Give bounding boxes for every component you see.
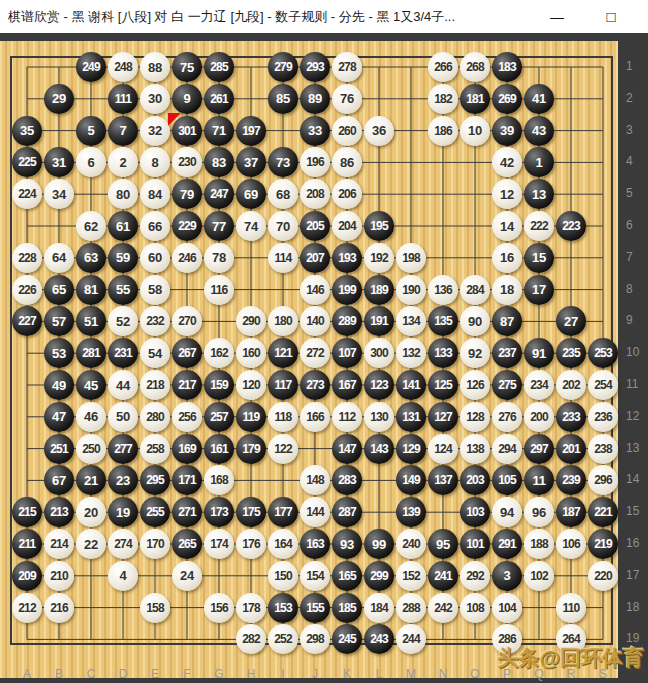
stone-o3: 10 xyxy=(460,116,490,146)
stone-q13: 297 xyxy=(524,434,554,464)
stone-o17: 292 xyxy=(460,561,490,591)
row-label-17: 17 xyxy=(626,568,648,582)
stone-d16: 274 xyxy=(108,529,138,559)
row-label-4: 4 xyxy=(626,154,648,168)
stone-g13: 161 xyxy=(204,434,234,464)
stone-r11: 202 xyxy=(556,370,586,400)
stone-k3: 260 xyxy=(332,116,362,146)
stone-j17: 154 xyxy=(300,561,330,591)
row-label-12: 12 xyxy=(626,409,648,423)
stone-b8: 65 xyxy=(44,275,74,305)
stone-b18: 216 xyxy=(44,593,74,623)
stone-e3: 32 xyxy=(140,116,170,146)
stone-g12: 257 xyxy=(204,402,234,432)
stone-k12: 112 xyxy=(332,402,362,432)
stone-e8: 58 xyxy=(140,275,170,305)
go-board[interactable]: ABCDEFGHIJKLMNOPQRS249248887528527929327… xyxy=(0,41,618,678)
stone-p15: 94 xyxy=(492,497,522,527)
stone-h18: 178 xyxy=(236,593,266,623)
stone-m13: 129 xyxy=(396,434,426,464)
stone-b17: 210 xyxy=(44,561,74,591)
stone-i18: 153 xyxy=(268,593,298,623)
stone-i2: 85 xyxy=(268,84,298,114)
stone-r13: 201 xyxy=(556,434,586,464)
stone-e5: 84 xyxy=(140,179,170,209)
stone-l17: 299 xyxy=(364,561,394,591)
column-label-k: K xyxy=(343,667,351,681)
stone-q10: 91 xyxy=(524,338,554,368)
row-label-6: 6 xyxy=(626,218,648,232)
stone-q8: 17 xyxy=(524,275,554,305)
stone-e16: 170 xyxy=(140,529,170,559)
stone-p12: 276 xyxy=(492,402,522,432)
stone-p3: 39 xyxy=(492,116,522,146)
stone-f17: 24 xyxy=(172,561,202,591)
stone-p8: 18 xyxy=(492,275,522,305)
stone-l7: 192 xyxy=(364,243,394,273)
stone-h15: 175 xyxy=(236,497,266,527)
stone-j2: 89 xyxy=(300,84,330,114)
stone-s17: 220 xyxy=(588,561,618,591)
stone-q11: 234 xyxy=(524,370,554,400)
stone-a7: 228 xyxy=(12,243,42,273)
stone-j10: 272 xyxy=(300,338,330,368)
stone-j7: 207 xyxy=(300,243,330,273)
row-label-5: 5 xyxy=(626,186,648,200)
stone-l16: 99 xyxy=(364,529,394,559)
stone-d10: 231 xyxy=(108,338,138,368)
stone-d2: 111 xyxy=(108,84,138,114)
stone-s12: 236 xyxy=(588,402,618,432)
row-label-16: 16 xyxy=(626,536,648,550)
stone-f11: 217 xyxy=(172,370,202,400)
stone-f12: 256 xyxy=(172,402,202,432)
column-label-n: N xyxy=(439,667,448,681)
stone-k2: 76 xyxy=(332,84,362,114)
stone-b13: 251 xyxy=(44,434,74,464)
stone-j3: 33 xyxy=(300,116,330,146)
window-title: 棋谱欣赏 - 黑 谢科 [八段] 对 白 一力辽 [九段] - 数子规则 - 分… xyxy=(0,8,455,26)
stone-i12: 118 xyxy=(268,402,298,432)
stone-p13: 294 xyxy=(492,434,522,464)
minimize-button[interactable]: — xyxy=(542,0,572,33)
stone-f6: 229 xyxy=(172,211,202,241)
stone-e11: 218 xyxy=(140,370,170,400)
stone-g11: 159 xyxy=(204,370,234,400)
column-label-o: O xyxy=(470,667,479,681)
stone-f16: 265 xyxy=(172,529,202,559)
stone-b5: 34 xyxy=(44,179,74,209)
stone-j12: 166 xyxy=(300,402,330,432)
stone-r10: 235 xyxy=(556,338,586,368)
stone-b16: 214 xyxy=(44,529,74,559)
column-label-g: G xyxy=(214,667,223,681)
stone-i17: 150 xyxy=(268,561,298,591)
stone-c7: 63 xyxy=(76,243,106,273)
stone-q16: 188 xyxy=(524,529,554,559)
stone-k6: 204 xyxy=(332,211,362,241)
maximize-button[interactable]: □ xyxy=(596,0,626,33)
stone-g18: 156 xyxy=(204,593,234,623)
stone-j8: 146 xyxy=(300,275,330,305)
stone-h3: 197 xyxy=(236,116,266,146)
stone-e10: 54 xyxy=(140,338,170,368)
stone-d15: 19 xyxy=(108,497,138,527)
stone-l8: 189 xyxy=(364,275,394,305)
stone-q2: 41 xyxy=(524,84,554,114)
stone-q17: 102 xyxy=(524,561,554,591)
stone-i16: 164 xyxy=(268,529,298,559)
stone-j15: 144 xyxy=(300,497,330,527)
stone-k15: 287 xyxy=(332,497,362,527)
stone-m12: 131 xyxy=(396,402,426,432)
stone-h12: 119 xyxy=(236,402,266,432)
stone-k16: 93 xyxy=(332,529,362,559)
stone-h11: 120 xyxy=(236,370,266,400)
row-label-8: 8 xyxy=(626,282,648,296)
stone-d1: 248 xyxy=(108,52,138,82)
stone-p7: 16 xyxy=(492,243,522,273)
stone-n18: 242 xyxy=(428,593,458,623)
stone-i13: 122 xyxy=(268,434,298,464)
stone-n12: 127 xyxy=(428,402,458,432)
last-move-marker xyxy=(168,113,181,126)
stone-a17: 209 xyxy=(12,561,42,591)
stone-m11: 141 xyxy=(396,370,426,400)
stone-m16: 240 xyxy=(396,529,426,559)
stone-d6: 61 xyxy=(108,211,138,241)
column-label-j: J xyxy=(312,667,318,681)
stone-d3: 7 xyxy=(108,116,138,146)
stone-n11: 125 xyxy=(428,370,458,400)
stone-p2: 269 xyxy=(492,84,522,114)
row-label-2: 2 xyxy=(626,91,648,105)
stone-m17: 152 xyxy=(396,561,426,591)
stone-p16: 291 xyxy=(492,529,522,559)
stone-c3: 5 xyxy=(76,116,106,146)
stone-d7: 59 xyxy=(108,243,138,273)
stone-s13: 238 xyxy=(588,434,618,464)
stone-n13: 124 xyxy=(428,434,458,464)
stone-k17: 165 xyxy=(332,561,362,591)
column-label-a: A xyxy=(23,667,31,681)
stone-j6: 205 xyxy=(300,211,330,241)
stone-c13: 250 xyxy=(76,434,106,464)
stone-n8: 136 xyxy=(428,275,458,305)
stone-b11: 49 xyxy=(44,370,74,400)
stone-o8: 284 xyxy=(460,275,490,305)
stone-c15: 20 xyxy=(76,497,106,527)
stone-k7: 193 xyxy=(332,243,362,273)
stone-d13: 277 xyxy=(108,434,138,464)
stone-p10: 237 xyxy=(492,338,522,368)
stone-m8: 190 xyxy=(396,275,426,305)
stone-n10: 133 xyxy=(428,338,458,368)
stone-c1: 249 xyxy=(76,52,106,82)
column-label-f: F xyxy=(183,667,190,681)
column-label-h: H xyxy=(247,667,256,681)
stone-s15: 221 xyxy=(588,497,618,527)
stone-q12: 200 xyxy=(524,402,554,432)
stone-n3: 186 xyxy=(428,116,458,146)
stone-q15: 96 xyxy=(524,497,554,527)
stone-d11: 44 xyxy=(108,370,138,400)
stone-l11: 123 xyxy=(364,370,394,400)
stone-j1: 293 xyxy=(300,52,330,82)
stone-a16: 211 xyxy=(12,529,42,559)
stone-b15: 213 xyxy=(44,497,74,527)
stone-a5: 224 xyxy=(12,179,42,209)
stone-g8: 116 xyxy=(204,275,234,305)
stone-f5: 79 xyxy=(172,179,202,209)
stone-o11: 126 xyxy=(460,370,490,400)
stone-o1: 268 xyxy=(460,52,490,82)
stone-c11: 45 xyxy=(76,370,106,400)
stone-c10: 281 xyxy=(76,338,106,368)
stone-i6: 70 xyxy=(268,211,298,241)
stone-h10: 160 xyxy=(236,338,266,368)
stone-r18: 110 xyxy=(556,593,586,623)
stone-g7: 78 xyxy=(204,243,234,273)
stone-b12: 47 xyxy=(44,402,74,432)
row-label-10: 10 xyxy=(626,345,648,359)
stone-o12: 128 xyxy=(460,402,490,432)
row-label-13: 13 xyxy=(626,441,648,455)
stone-e7: 60 xyxy=(140,243,170,273)
stone-o10: 92 xyxy=(460,338,490,368)
stone-d12: 50 xyxy=(108,402,138,432)
stone-b7: 64 xyxy=(44,243,74,273)
stone-l18: 184 xyxy=(364,593,394,623)
stone-k1: 278 xyxy=(332,52,362,82)
watermark: 头条@回环体育 xyxy=(498,644,644,672)
column-label-i: I xyxy=(281,667,284,681)
stone-e12: 280 xyxy=(140,402,170,432)
stone-q7: 15 xyxy=(524,243,554,273)
stone-a8: 226 xyxy=(12,275,42,305)
stone-l12: 130 xyxy=(364,402,394,432)
stone-i11: 117 xyxy=(268,370,298,400)
stone-q3: 43 xyxy=(524,116,554,146)
stone-k18: 185 xyxy=(332,593,362,623)
stone-p11: 275 xyxy=(492,370,522,400)
stone-e18: 158 xyxy=(140,593,170,623)
stone-s11: 254 xyxy=(588,370,618,400)
stone-m18: 288 xyxy=(396,593,426,623)
stone-q5: 13 xyxy=(524,179,554,209)
stone-a3: 35 xyxy=(12,116,42,146)
stone-p5: 12 xyxy=(492,179,522,209)
stone-j5: 208 xyxy=(300,179,330,209)
stone-b10: 53 xyxy=(44,338,74,368)
stone-e1: 88 xyxy=(140,52,170,82)
stone-s10: 253 xyxy=(588,338,618,368)
stone-a15: 215 xyxy=(12,497,42,527)
stone-o18: 108 xyxy=(460,593,490,623)
stone-l6: 195 xyxy=(364,211,394,241)
stone-s16: 219 xyxy=(588,529,618,559)
row-label-18: 18 xyxy=(626,600,648,614)
stone-n17: 241 xyxy=(428,561,458,591)
stone-f10: 267 xyxy=(172,338,202,368)
column-label-d: D xyxy=(119,667,128,681)
stone-b2: 29 xyxy=(44,84,74,114)
stone-d17: 4 xyxy=(108,561,138,591)
stone-p1: 183 xyxy=(492,52,522,82)
stone-p18: 104 xyxy=(492,593,522,623)
stone-r15: 187 xyxy=(556,497,586,527)
column-label-e: E xyxy=(151,667,159,681)
row-label-7: 7 xyxy=(626,250,648,264)
stone-e6: 66 xyxy=(140,211,170,241)
stone-f15: 271 xyxy=(172,497,202,527)
column-label-l: L xyxy=(376,667,383,681)
column-label-b: B xyxy=(55,667,63,681)
stone-j11: 273 xyxy=(300,370,330,400)
stone-g10: 162 xyxy=(204,338,234,368)
stone-p6: 14 xyxy=(492,211,522,241)
stone-l10: 300 xyxy=(364,338,394,368)
stone-e15: 255 xyxy=(140,497,170,527)
row-label-15: 15 xyxy=(626,504,648,518)
stone-f7: 246 xyxy=(172,243,202,273)
title-bar: 棋谱欣赏 - 黑 谢科 [八段] 对 白 一力辽 [九段] - 数子规则 - 分… xyxy=(0,0,648,33)
row-label-14: 14 xyxy=(626,472,648,486)
stone-g3: 71 xyxy=(204,116,234,146)
stone-i10: 121 xyxy=(268,338,298,368)
stone-r16: 106 xyxy=(556,529,586,559)
stone-e2: 30 xyxy=(140,84,170,114)
stone-g6: 77 xyxy=(204,211,234,241)
stone-o16: 101 xyxy=(460,529,490,559)
stone-m7: 198 xyxy=(396,243,426,273)
stone-h16: 176 xyxy=(236,529,266,559)
stone-l3: 36 xyxy=(364,116,394,146)
stone-a18: 212 xyxy=(12,593,42,623)
stone-p17: 3 xyxy=(492,561,522,591)
stone-i7: 114 xyxy=(268,243,298,273)
stone-j16: 163 xyxy=(300,529,330,559)
kifu-viewer-window: 棋谱欣赏 - 黑 谢科 [八段] 对 白 一力辽 [九段] - 数子规则 - 分… xyxy=(0,0,648,683)
row-label-1: 1 xyxy=(626,59,648,73)
stone-f13: 169 xyxy=(172,434,202,464)
stone-q6: 222 xyxy=(524,211,554,241)
stone-h6: 74 xyxy=(236,211,266,241)
stone-n16: 95 xyxy=(428,529,458,559)
stone-d5: 80 xyxy=(108,179,138,209)
column-label-m: M xyxy=(406,667,416,681)
stone-c12: 46 xyxy=(76,402,106,432)
stone-k8: 199 xyxy=(332,275,362,305)
stone-m10: 132 xyxy=(396,338,426,368)
row-label-9: 9 xyxy=(626,313,648,327)
stone-i1: 279 xyxy=(268,52,298,82)
stone-g16: 174 xyxy=(204,529,234,559)
stone-o13: 138 xyxy=(460,434,490,464)
stone-g5: 247 xyxy=(204,179,234,209)
stone-l13: 143 xyxy=(364,434,394,464)
stone-f1: 75 xyxy=(172,52,202,82)
stone-c16: 22 xyxy=(76,529,106,559)
stone-g2: 261 xyxy=(204,84,234,114)
stone-k5: 206 xyxy=(332,179,362,209)
stone-i5: 68 xyxy=(268,179,298,209)
stone-g15: 173 xyxy=(204,497,234,527)
stone-h5: 69 xyxy=(236,179,266,209)
stone-c8: 81 xyxy=(76,275,106,305)
stone-n2: 182 xyxy=(428,84,458,114)
stone-o2: 181 xyxy=(460,84,490,114)
stone-f2: 9 xyxy=(172,84,202,114)
stone-o15: 103 xyxy=(460,497,490,527)
stone-g1: 285 xyxy=(204,52,234,82)
stone-r6: 223 xyxy=(556,211,586,241)
stone-h13: 179 xyxy=(236,434,266,464)
stone-k13: 147 xyxy=(332,434,362,464)
row-label-11: 11 xyxy=(626,377,648,391)
row-label-3: 3 xyxy=(626,123,648,137)
stone-d8: 55 xyxy=(108,275,138,305)
stone-m15: 139 xyxy=(396,497,426,527)
stone-i15: 177 xyxy=(268,497,298,527)
stone-j18: 155 xyxy=(300,593,330,623)
column-label-c: C xyxy=(87,667,96,681)
stone-k10: 107 xyxy=(332,338,362,368)
stone-e13: 258 xyxy=(140,434,170,464)
stone-c6: 62 xyxy=(76,211,106,241)
stone-k11: 167 xyxy=(332,370,362,400)
stone-n1: 266 xyxy=(428,52,458,82)
stone-r12: 233 xyxy=(556,402,586,432)
